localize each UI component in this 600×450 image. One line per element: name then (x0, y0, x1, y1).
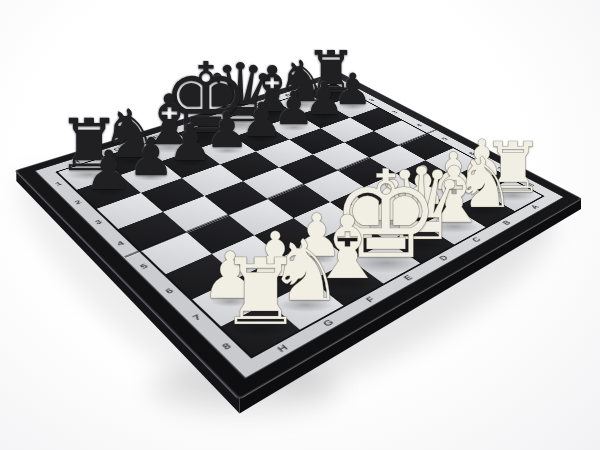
scene: 1122334455667788AABBCCDDEEFFGGHH ♜♞♝♛♚♝♞… (0, 0, 600, 450)
